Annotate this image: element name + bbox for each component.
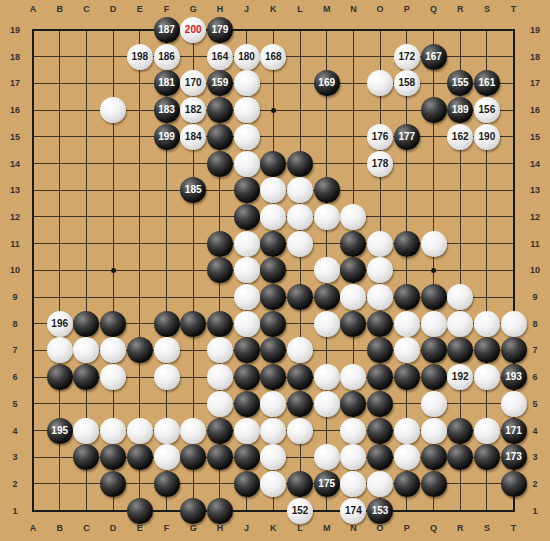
col-label-top-E: E bbox=[132, 3, 148, 15]
stone-black-F17-move-181: 181 bbox=[154, 70, 180, 96]
col-label-bottom-P: P bbox=[399, 522, 415, 534]
stone-black-T3-move-173: 173 bbox=[501, 444, 527, 470]
stone-black-H8 bbox=[207, 311, 233, 337]
stone-black-H3 bbox=[207, 444, 233, 470]
stone-white-P3 bbox=[394, 444, 420, 470]
stone-black-N11 bbox=[340, 231, 366, 257]
stone-white-D6 bbox=[100, 364, 126, 390]
stone-black-P15-move-177: 177 bbox=[394, 124, 420, 150]
stone-white-S4 bbox=[474, 418, 500, 444]
stone-white-J10 bbox=[234, 257, 260, 283]
col-label-bottom-M: M bbox=[319, 522, 335, 534]
stone-black-H10 bbox=[207, 257, 233, 283]
col-label-top-Q: Q bbox=[426, 3, 442, 15]
stone-black-Q7 bbox=[421, 337, 447, 363]
row-label-right-12: 12 bbox=[522, 211, 548, 223]
stone-white-F3 bbox=[154, 444, 180, 470]
col-label-top-P: P bbox=[399, 3, 415, 15]
stone-white-F7 bbox=[154, 337, 180, 363]
col-label-bottom-S: S bbox=[479, 522, 495, 534]
stone-white-T5 bbox=[501, 391, 527, 417]
stone-white-F6 bbox=[154, 364, 180, 390]
stone-black-H11 bbox=[207, 231, 233, 257]
row-label-left-12: 12 bbox=[2, 211, 28, 223]
stone-black-O5 bbox=[367, 391, 393, 417]
col-label-bottom-E: E bbox=[132, 522, 148, 534]
row-label-left-9: 9 bbox=[2, 291, 28, 303]
star-point-Q10 bbox=[431, 268, 436, 273]
col-label-bottom-A: A bbox=[25, 522, 41, 534]
stone-black-O8 bbox=[367, 311, 393, 337]
stone-white-E18-move-198: 198 bbox=[127, 44, 153, 70]
stone-white-M6 bbox=[314, 364, 340, 390]
stone-black-F19-move-187: 187 bbox=[154, 17, 180, 43]
stone-white-L4 bbox=[287, 418, 313, 444]
stone-black-O4 bbox=[367, 418, 393, 444]
stone-white-Q5 bbox=[421, 391, 447, 417]
stone-black-E1 bbox=[127, 498, 153, 524]
row-label-left-19: 19 bbox=[2, 24, 28, 36]
row-label-right-9: 9 bbox=[522, 291, 548, 303]
stone-white-H5 bbox=[207, 391, 233, 417]
row-label-left-10: 10 bbox=[2, 264, 28, 276]
stone-black-M2-move-175: 175 bbox=[314, 471, 340, 497]
col-label-top-H: H bbox=[212, 3, 228, 15]
col-label-top-G: G bbox=[185, 3, 201, 15]
stone-black-Q16 bbox=[421, 97, 447, 123]
stone-black-J5 bbox=[234, 391, 260, 417]
stone-black-L9 bbox=[287, 284, 313, 310]
row-label-left-7: 7 bbox=[2, 344, 28, 356]
stone-black-J3 bbox=[234, 444, 260, 470]
stone-white-G15-move-184: 184 bbox=[180, 124, 206, 150]
stone-white-L13 bbox=[287, 177, 313, 203]
row-label-left-18: 18 bbox=[2, 51, 28, 63]
stone-black-P11 bbox=[394, 231, 420, 257]
stone-white-N4 bbox=[340, 418, 366, 444]
col-label-bottom-B: B bbox=[52, 522, 68, 534]
stone-black-T4-move-171: 171 bbox=[501, 418, 527, 444]
stone-black-H16 bbox=[207, 97, 233, 123]
stone-white-P7 bbox=[394, 337, 420, 363]
stone-white-Q11 bbox=[421, 231, 447, 257]
row-label-left-1: 1 bbox=[2, 505, 28, 517]
row-label-left-8: 8 bbox=[2, 318, 28, 330]
stone-black-O1-move-153: 153 bbox=[367, 498, 393, 524]
row-label-right-16: 16 bbox=[522, 104, 548, 116]
col-label-top-A: A bbox=[25, 3, 41, 15]
stone-black-J2 bbox=[234, 471, 260, 497]
stone-white-M3 bbox=[314, 444, 340, 470]
col-label-top-L: L bbox=[292, 3, 308, 15]
row-label-left-4: 4 bbox=[2, 425, 28, 437]
row-label-left-2: 2 bbox=[2, 478, 28, 490]
col-label-top-N: N bbox=[345, 3, 361, 15]
stone-black-M9 bbox=[314, 284, 340, 310]
stone-white-M8 bbox=[314, 311, 340, 337]
stone-black-C8 bbox=[73, 311, 99, 337]
row-label-right-1: 1 bbox=[522, 505, 548, 517]
col-label-top-T: T bbox=[506, 3, 522, 15]
row-label-right-15: 15 bbox=[522, 131, 548, 143]
col-label-bottom-N: N bbox=[345, 522, 361, 534]
stone-black-P9 bbox=[394, 284, 420, 310]
stone-black-E3 bbox=[127, 444, 153, 470]
stone-black-D8 bbox=[100, 311, 126, 337]
stone-white-J11 bbox=[234, 231, 260, 257]
col-label-top-J: J bbox=[239, 3, 255, 15]
stone-white-J16 bbox=[234, 97, 260, 123]
row-label-left-16: 16 bbox=[2, 104, 28, 116]
col-label-bottom-R: R bbox=[452, 522, 468, 534]
stone-white-S8 bbox=[474, 311, 500, 337]
stone-white-P8 bbox=[394, 311, 420, 337]
stone-white-R8 bbox=[447, 311, 473, 337]
stone-white-K18-move-168: 168 bbox=[260, 44, 286, 70]
stone-black-K8 bbox=[260, 311, 286, 337]
stone-black-P6 bbox=[394, 364, 420, 390]
col-label-bottom-K: K bbox=[265, 522, 281, 534]
col-label-top-R: R bbox=[452, 3, 468, 15]
stone-black-L5 bbox=[287, 391, 313, 417]
stone-black-F15-move-199: 199 bbox=[154, 124, 180, 150]
col-label-bottom-F: F bbox=[159, 522, 175, 534]
stone-black-T2 bbox=[501, 471, 527, 497]
stone-white-P17-move-158: 158 bbox=[394, 70, 420, 96]
stone-black-L2 bbox=[287, 471, 313, 497]
stone-white-M12 bbox=[314, 204, 340, 230]
stone-white-K2 bbox=[260, 471, 286, 497]
col-label-top-B: B bbox=[52, 3, 68, 15]
stone-white-R9 bbox=[447, 284, 473, 310]
stone-black-B4-move-195: 195 bbox=[47, 418, 73, 444]
row-label-right-10: 10 bbox=[522, 264, 548, 276]
col-label-bottom-T: T bbox=[506, 522, 522, 534]
stone-black-J6 bbox=[234, 364, 260, 390]
stone-white-F4 bbox=[154, 418, 180, 444]
go-board-diagram: AABBCCDDEEFFGGHHJJKKLLMMNNOOPPQQRRSSTT19… bbox=[0, 0, 550, 541]
stone-white-K4 bbox=[260, 418, 286, 444]
stone-black-Q9 bbox=[421, 284, 447, 310]
stone-white-S15-move-190: 190 bbox=[474, 124, 500, 150]
col-label-top-D: D bbox=[105, 3, 121, 15]
star-point-K16 bbox=[271, 108, 276, 113]
stone-white-J4 bbox=[234, 418, 260, 444]
row-label-right-11: 11 bbox=[522, 238, 548, 250]
col-label-top-S: S bbox=[479, 3, 495, 15]
stone-white-P18-move-172: 172 bbox=[394, 44, 420, 70]
stone-white-D16 bbox=[100, 97, 126, 123]
col-label-bottom-D: D bbox=[105, 522, 121, 534]
stone-black-J13 bbox=[234, 177, 260, 203]
stone-white-P4 bbox=[394, 418, 420, 444]
col-label-top-F: F bbox=[159, 3, 175, 15]
stone-black-Q18-move-167: 167 bbox=[421, 44, 447, 70]
row-label-left-5: 5 bbox=[2, 398, 28, 410]
stone-white-L12 bbox=[287, 204, 313, 230]
stone-white-Q4 bbox=[421, 418, 447, 444]
stone-white-J8 bbox=[234, 311, 260, 337]
stone-black-J12 bbox=[234, 204, 260, 230]
col-label-top-O: O bbox=[372, 3, 388, 15]
stone-white-J17 bbox=[234, 70, 260, 96]
stone-black-L6 bbox=[287, 364, 313, 390]
stone-white-J9 bbox=[234, 284, 260, 310]
stone-black-T6-move-193: 193 bbox=[501, 364, 527, 390]
stone-white-O9 bbox=[367, 284, 393, 310]
stone-white-F18-move-186: 186 bbox=[154, 44, 180, 70]
stone-white-S6 bbox=[474, 364, 500, 390]
col-label-bottom-Q: Q bbox=[426, 522, 442, 534]
stone-black-N8 bbox=[340, 311, 366, 337]
stone-white-E4 bbox=[127, 418, 153, 444]
row-label-left-11: 11 bbox=[2, 238, 28, 250]
stone-black-H4 bbox=[207, 418, 233, 444]
stone-black-P2 bbox=[394, 471, 420, 497]
stone-white-L11 bbox=[287, 231, 313, 257]
stone-white-D4 bbox=[100, 418, 126, 444]
stone-white-J15 bbox=[234, 124, 260, 150]
col-label-top-K: K bbox=[265, 3, 281, 15]
stone-black-H15 bbox=[207, 124, 233, 150]
stone-white-M5 bbox=[314, 391, 340, 417]
stone-white-B7 bbox=[47, 337, 73, 363]
stone-black-D2 bbox=[100, 471, 126, 497]
row-label-right-13: 13 bbox=[522, 184, 548, 196]
stone-black-M17-move-169: 169 bbox=[314, 70, 340, 96]
stone-black-B6 bbox=[47, 364, 73, 390]
col-label-bottom-L: L bbox=[292, 522, 308, 534]
stone-black-M13 bbox=[314, 177, 340, 203]
stone-white-N1-move-174: 174 bbox=[340, 498, 366, 524]
star-point-D10 bbox=[111, 268, 116, 273]
stone-white-S16-move-156: 156 bbox=[474, 97, 500, 123]
stone-black-K11 bbox=[260, 231, 286, 257]
row-label-right-19: 19 bbox=[522, 24, 548, 36]
stone-white-O11 bbox=[367, 231, 393, 257]
row-label-left-17: 17 bbox=[2, 77, 28, 89]
stone-white-M10 bbox=[314, 257, 340, 283]
row-label-left-15: 15 bbox=[2, 131, 28, 143]
stone-black-R4 bbox=[447, 418, 473, 444]
stone-white-J18-move-180: 180 bbox=[234, 44, 260, 70]
stone-black-T7 bbox=[501, 337, 527, 363]
stone-black-F2 bbox=[154, 471, 180, 497]
stone-white-H18-move-164: 164 bbox=[207, 44, 233, 70]
stone-white-G19-move-200: 200 bbox=[180, 17, 206, 43]
col-label-bottom-J: J bbox=[239, 522, 255, 534]
stone-white-H6 bbox=[207, 364, 233, 390]
stone-black-G1 bbox=[180, 498, 206, 524]
stone-white-G4 bbox=[180, 418, 206, 444]
col-label-bottom-O: O bbox=[372, 522, 388, 534]
col-label-top-M: M bbox=[319, 3, 335, 15]
row-label-left-13: 13 bbox=[2, 184, 28, 196]
stone-white-C4 bbox=[73, 418, 99, 444]
stone-black-E7 bbox=[127, 337, 153, 363]
stone-black-Q3 bbox=[421, 444, 447, 470]
stone-white-L1-move-152: 152 bbox=[287, 498, 313, 524]
stone-white-O15-move-176: 176 bbox=[367, 124, 393, 150]
stone-black-F8 bbox=[154, 311, 180, 337]
row-label-left-6: 6 bbox=[2, 371, 28, 383]
stone-black-K14 bbox=[260, 151, 286, 177]
stone-black-O6 bbox=[367, 364, 393, 390]
stone-black-H14 bbox=[207, 151, 233, 177]
row-label-right-17: 17 bbox=[522, 77, 548, 89]
stone-black-Q2 bbox=[421, 471, 447, 497]
stone-white-R15-move-162: 162 bbox=[447, 124, 473, 150]
stone-black-F16-move-183: 183 bbox=[154, 97, 180, 123]
row-label-right-18: 18 bbox=[522, 51, 548, 63]
stone-black-Q6 bbox=[421, 364, 447, 390]
stone-white-J14 bbox=[234, 151, 260, 177]
col-label-top-C: C bbox=[78, 3, 94, 15]
stone-black-H1 bbox=[207, 498, 233, 524]
col-label-bottom-C: C bbox=[78, 522, 94, 534]
stone-white-O2 bbox=[367, 471, 393, 497]
stone-white-K12 bbox=[260, 204, 286, 230]
stone-black-H19-move-179: 179 bbox=[207, 17, 233, 43]
stone-black-G8 bbox=[180, 311, 206, 337]
stone-white-T8 bbox=[501, 311, 527, 337]
stone-white-B8-move-196: 196 bbox=[47, 311, 73, 337]
stone-white-K5 bbox=[260, 391, 286, 417]
stone-black-N5 bbox=[340, 391, 366, 417]
stone-black-S3 bbox=[474, 444, 500, 470]
col-label-bottom-H: H bbox=[212, 522, 228, 534]
stone-white-Q8 bbox=[421, 311, 447, 337]
stone-black-L14 bbox=[287, 151, 313, 177]
row-label-left-14: 14 bbox=[2, 158, 28, 170]
stone-black-J7 bbox=[234, 337, 260, 363]
col-label-bottom-G: G bbox=[185, 522, 201, 534]
row-label-left-3: 3 bbox=[2, 451, 28, 463]
row-label-right-14: 14 bbox=[522, 158, 548, 170]
stone-white-O14-move-178: 178 bbox=[367, 151, 393, 177]
